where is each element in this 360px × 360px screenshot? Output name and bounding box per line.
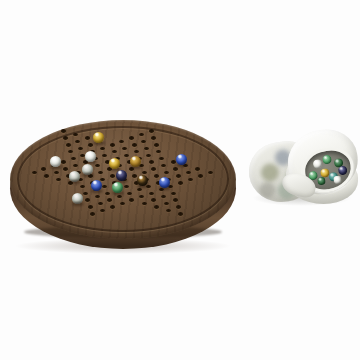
marble-blue[interactable] — [176, 154, 187, 165]
marble-green[interactable] — [112, 182, 123, 193]
marble-yellow[interactable] — [109, 158, 120, 169]
marble-clear[interactable] — [82, 164, 93, 175]
marble-clear[interactable] — [72, 193, 83, 204]
marble-navy[interactable] — [116, 170, 127, 181]
marble-blue[interactable] — [91, 180, 102, 191]
marble-layer — [0, 0, 360, 360]
product-photo-scene — [0, 0, 360, 360]
marble-blue[interactable] — [159, 177, 170, 188]
marble-white[interactable] — [85, 151, 96, 162]
marble-amber[interactable] — [137, 175, 148, 186]
marble-white[interactable] — [50, 156, 61, 167]
marble-gold[interactable] — [130, 156, 141, 167]
marble-yellow[interactable] — [93, 132, 104, 143]
marble-clear[interactable] — [69, 171, 80, 182]
